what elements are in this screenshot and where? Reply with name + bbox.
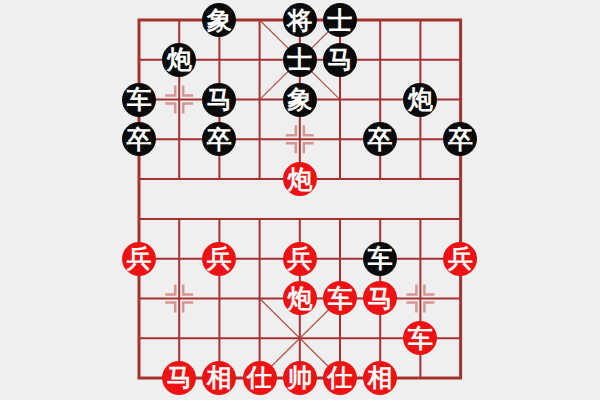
piece-black-chariot[interactable]: 车 [122, 83, 156, 117]
piece-black-soldier[interactable]: 卒 [202, 122, 236, 156]
piece-red-horse[interactable]: 马 [162, 361, 196, 395]
piece-red-soldier[interactable]: 兵 [202, 242, 236, 276]
piece-black-elephant[interactable]: 象 [202, 3, 236, 37]
piece-red-advisor[interactable]: 仕 [323, 361, 357, 395]
piece-black-soldier[interactable]: 卒 [443, 122, 477, 156]
piece-grid[interactable]: 象将士炮士马车马象炮卒卒卒卒炮兵兵兵车兵炮车马车马相仕帅仕相 [119, 0, 481, 398]
piece-red-general[interactable]: 帅 [283, 361, 317, 395]
piece-red-cannon[interactable]: 炮 [283, 162, 317, 196]
piece-black-general[interactable]: 将 [283, 3, 317, 37]
piece-red-advisor[interactable]: 仕 [243, 361, 277, 395]
piece-black-cannon[interactable]: 炮 [403, 83, 437, 117]
piece-black-advisor[interactable]: 士 [283, 43, 317, 77]
piece-black-elephant[interactable]: 象 [283, 83, 317, 117]
piece-red-chariot[interactable]: 车 [323, 281, 357, 315]
xiangqi-board[interactable]: 象将士炮士马车马象炮卒卒卒卒炮兵兵兵车兵炮车马车马相仕帅仕相 [0, 0, 600, 400]
piece-red-soldier[interactable]: 兵 [443, 242, 477, 276]
piece-black-soldier[interactable]: 卒 [122, 122, 156, 156]
piece-red-elephant[interactable]: 相 [363, 361, 397, 395]
piece-red-cannon[interactable]: 炮 [283, 281, 317, 315]
piece-black-advisor[interactable]: 士 [323, 3, 357, 37]
piece-red-soldier[interactable]: 兵 [283, 242, 317, 276]
piece-black-horse[interactable]: 马 [323, 43, 357, 77]
piece-black-cannon[interactable]: 炮 [162, 43, 196, 77]
piece-black-chariot[interactable]: 车 [363, 242, 397, 276]
piece-black-soldier[interactable]: 卒 [363, 122, 397, 156]
piece-red-chariot[interactable]: 车 [403, 321, 437, 355]
piece-red-elephant[interactable]: 相 [202, 361, 236, 395]
piece-red-soldier[interactable]: 兵 [122, 242, 156, 276]
piece-black-horse[interactable]: 马 [202, 83, 236, 117]
piece-red-horse[interactable]: 马 [363, 281, 397, 315]
